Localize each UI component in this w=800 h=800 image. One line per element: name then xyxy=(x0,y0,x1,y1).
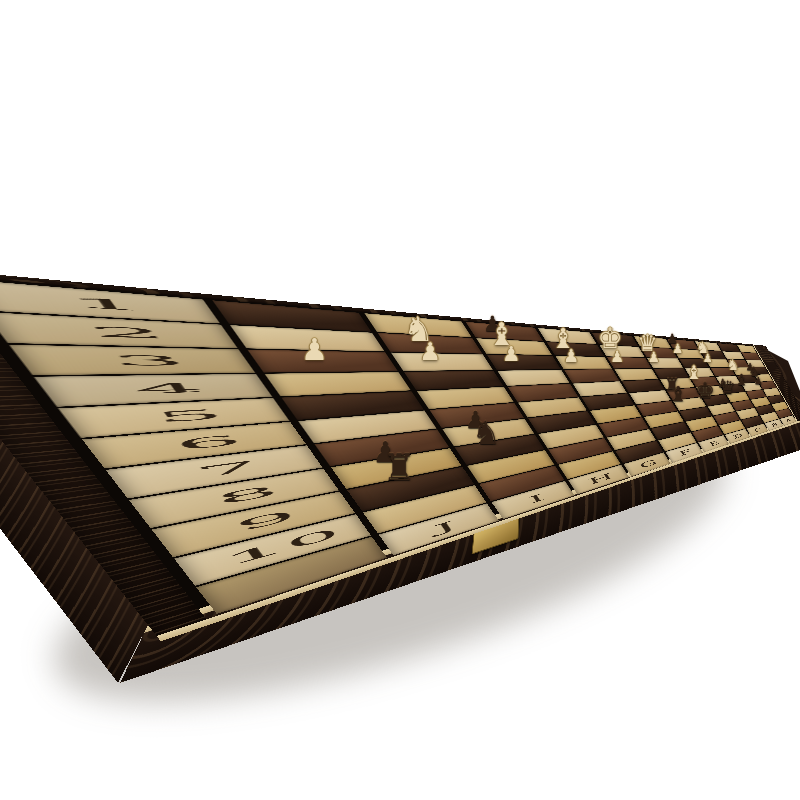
square-D3 xyxy=(679,358,709,367)
square-A3 xyxy=(746,360,765,367)
rank-label-3: 3 xyxy=(9,345,255,376)
square-G2 xyxy=(547,342,605,356)
square-F3 xyxy=(607,357,652,369)
square-E2 xyxy=(640,347,677,358)
square-H3 xyxy=(487,355,561,370)
square-H2 xyxy=(476,338,552,355)
square-E3 xyxy=(647,358,683,368)
square-F2 xyxy=(599,345,645,357)
chess-set-photo: ♟♟♞♝♝♚♛♟♞♟♟♟♟♟♟♟♞♟♝♞♜♟♝♟♟♝♚♛♟♞♜ 12345678… xyxy=(0,0,800,800)
square-J3 xyxy=(247,350,397,373)
square-G3 xyxy=(555,356,611,369)
square-I3 xyxy=(391,353,493,371)
